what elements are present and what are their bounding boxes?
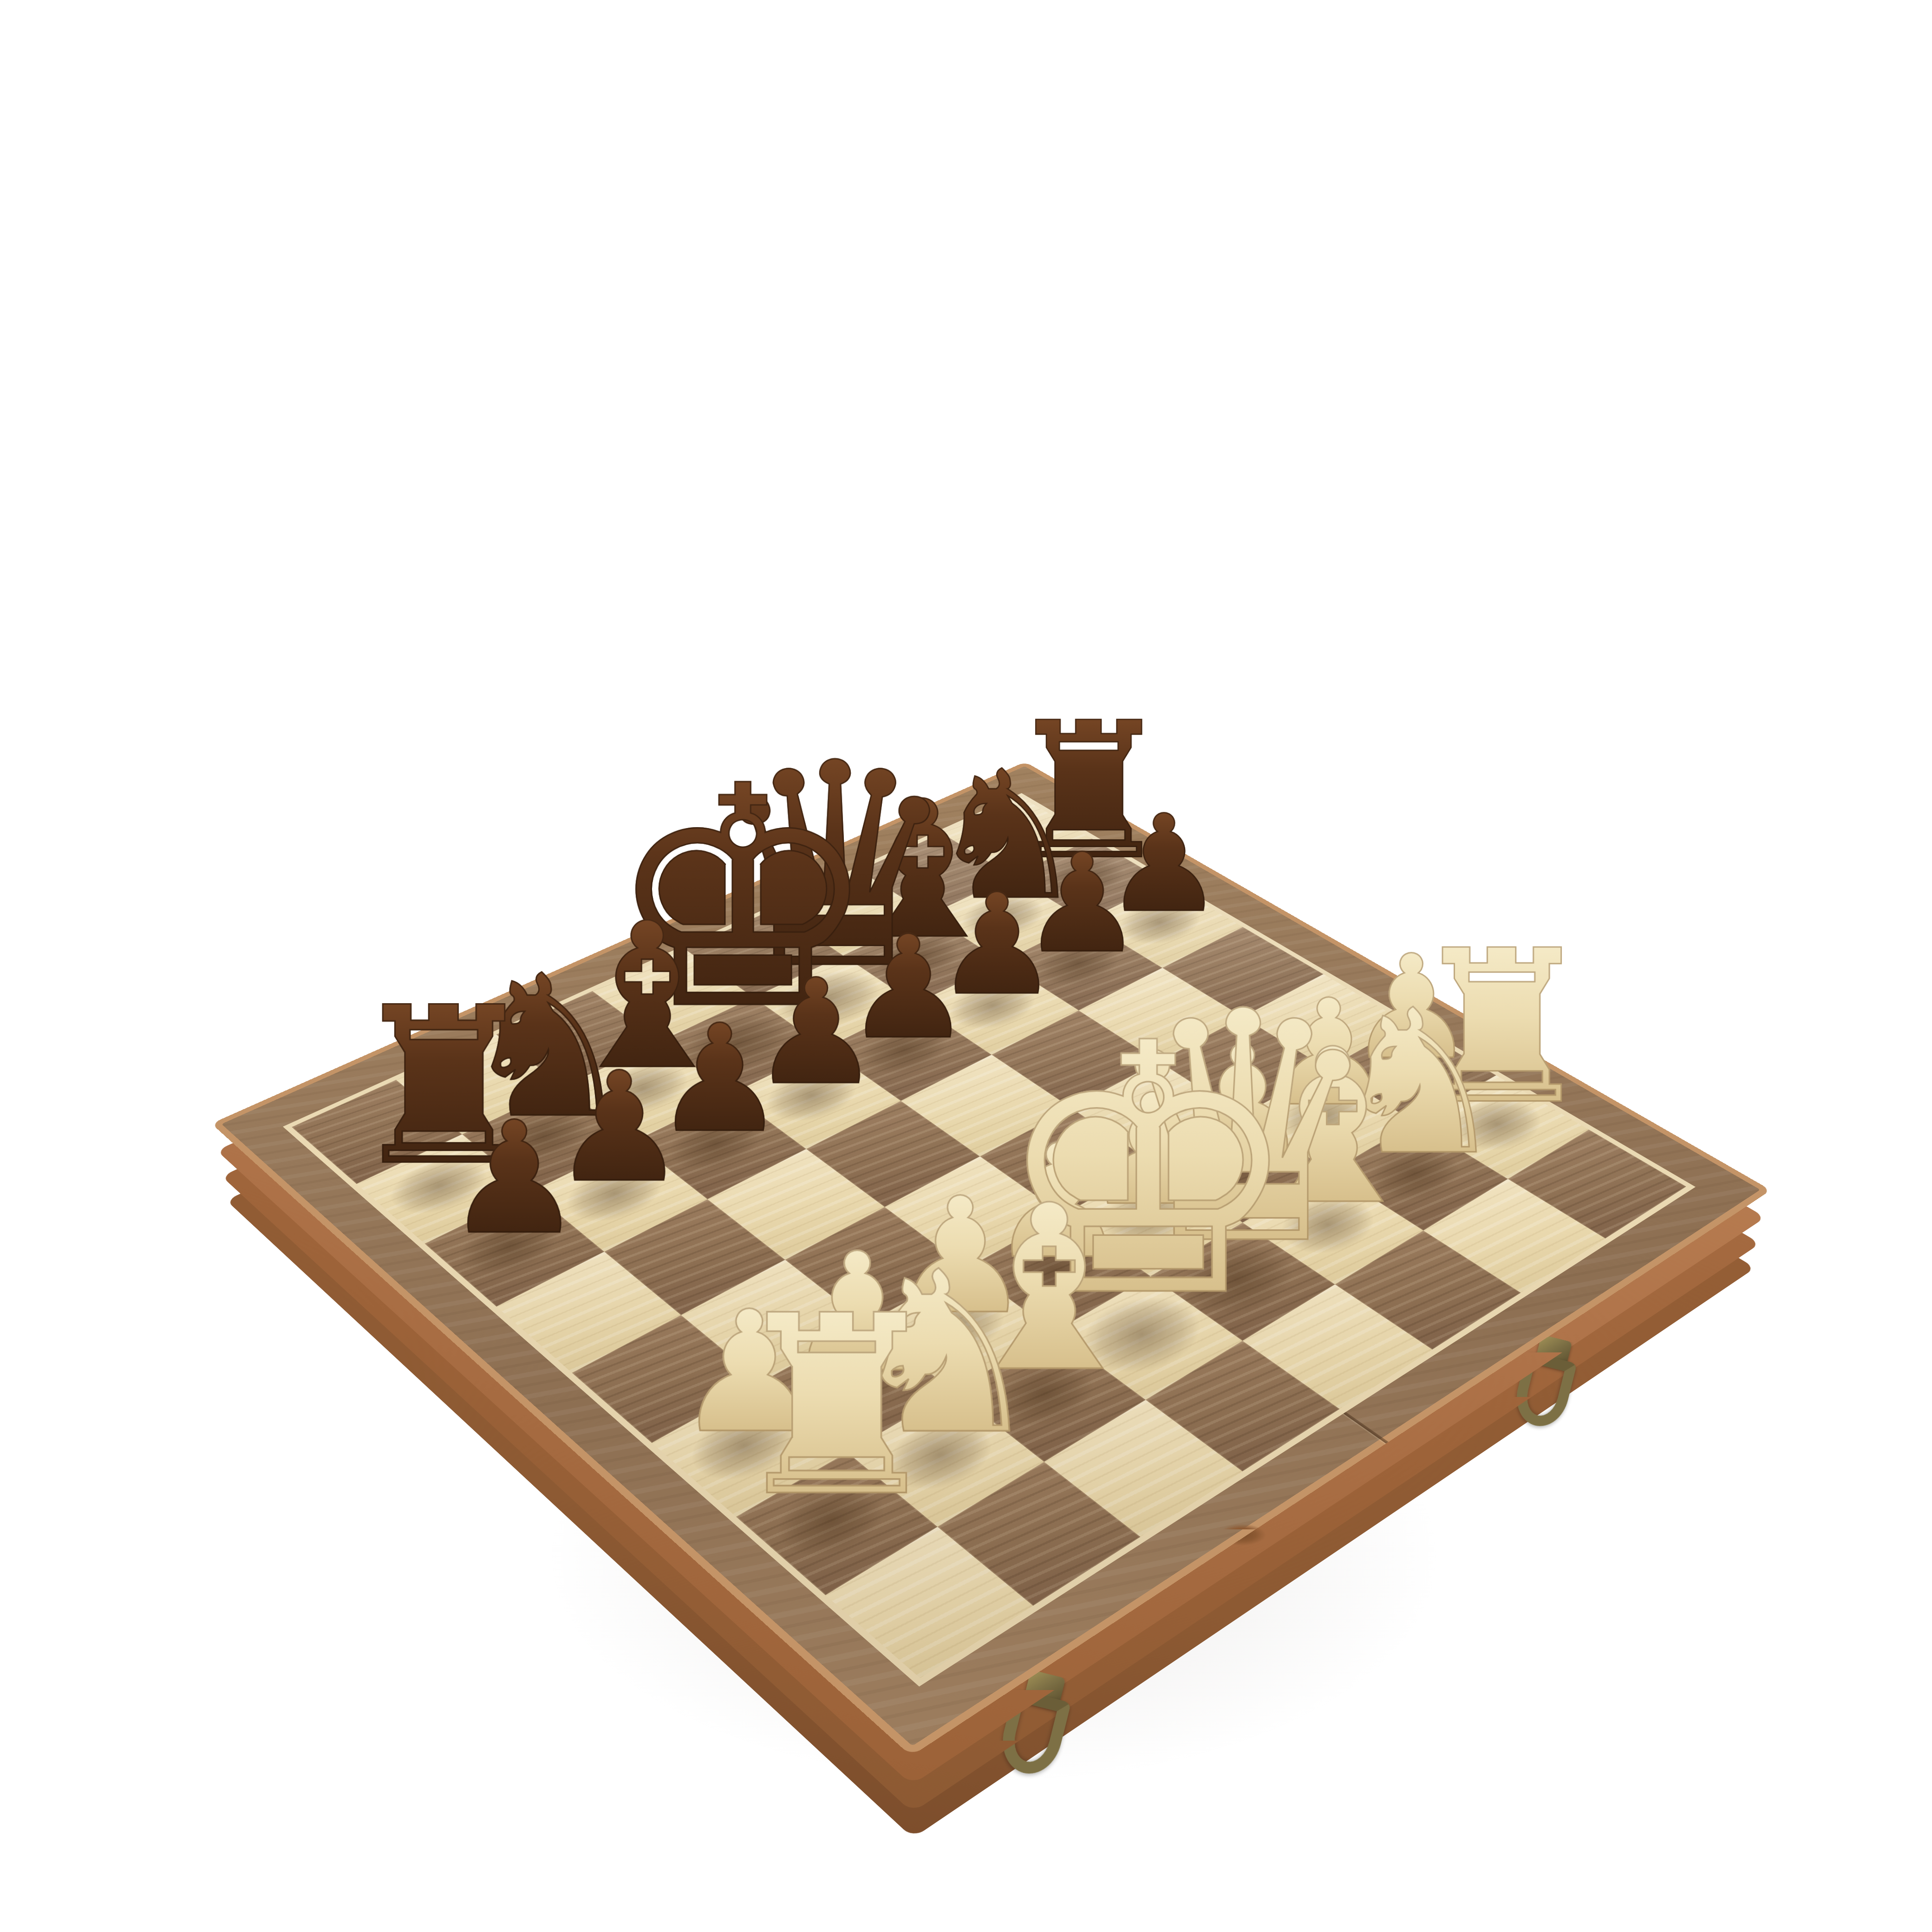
- product-photo-stage: ♜♞♝♛♚♝♞♜♟♟♟♟♟♟♟♟♟♟♟♟♟♟♟♟♜♞♝♛♚♝♞♜: [0, 0, 1932, 1932]
- chess-board-3d: ♜♞♝♛♚♝♞♜♟♟♟♟♟♟♟♟♟♟♟♟♟♟♟♟♜♞♝♛♚♝♞♜: [211, 762, 1771, 1756]
- black-pawn-glyph: ♟: [445, 1101, 583, 1255]
- walnut-border: ♜♞♝♛♚♝♞♜♟♟♟♟♟♟♟♟♟♟♟♟♟♟♟♟♜♞♝♛♚♝♞♜: [222, 766, 1760, 1746]
- white-rook-glyph: ♜: [726, 1283, 948, 1530]
- board-top-face: ♜♞♝♛♚♝♞♜♟♟♟♟♟♟♟♟♟♟♟♟♟♟♟♟♜♞♝♛♚♝♞♜: [211, 762, 1771, 1756]
